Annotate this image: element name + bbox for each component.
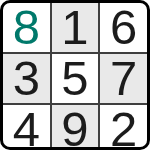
grid-cell[interactable]: 2 — [100, 105, 147, 150]
grid-cell[interactable]: 4 — [3, 105, 50, 150]
cell-digit: 3 — [13, 54, 40, 103]
sudoku-board: 816357492 — [0, 0, 150, 150]
grid-cell[interactable]: 1 — [52, 3, 99, 52]
cell-digit: 7 — [110, 54, 137, 103]
cell-digit: 9 — [61, 105, 88, 150]
grid-cell[interactable]: 7 — [100, 54, 147, 103]
cell-digit: 6 — [110, 3, 137, 52]
grid-cell[interactable]: 6 — [100, 3, 147, 52]
cell-digit: 1 — [61, 3, 88, 52]
grid-cell[interactable]: 3 — [3, 54, 50, 103]
cell-digit: 4 — [13, 105, 40, 150]
grid-cell[interactable]: 9 — [52, 105, 99, 150]
cell-digit: 2 — [110, 105, 137, 150]
grid-cell[interactable]: 8 — [3, 3, 50, 52]
accent-digit: 8 — [13, 3, 40, 52]
cell-digit: 5 — [61, 54, 88, 103]
grid-cell[interactable]: 5 — [52, 54, 99, 103]
